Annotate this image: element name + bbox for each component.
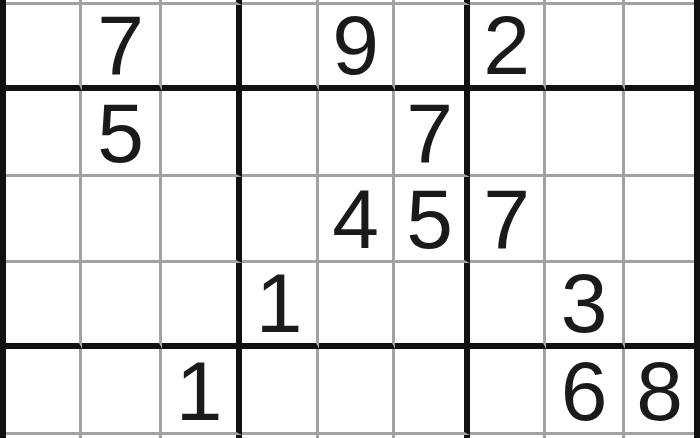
sudoku-board-viewport: 7925745713168 bbox=[0, 0, 700, 438]
cell-r5c8[interactable] bbox=[546, 177, 625, 263]
cell-r6c7[interactable] bbox=[470, 263, 546, 349]
cell-r4c6[interactable]: 7 bbox=[395, 91, 470, 177]
cell-r5c9[interactable] bbox=[625, 177, 694, 263]
cell-r7c9[interactable]: 8 bbox=[625, 349, 694, 435]
cell-r7c4[interactable] bbox=[242, 349, 319, 435]
cell-r6c6[interactable] bbox=[395, 263, 470, 349]
cell-r7c1[interactable] bbox=[6, 349, 82, 435]
cell-r7c8[interactable]: 6 bbox=[546, 349, 625, 435]
cell-r4c7[interactable] bbox=[470, 91, 546, 177]
cell-r6c2[interactable] bbox=[82, 263, 162, 349]
cell-r4c9[interactable] bbox=[625, 91, 694, 177]
cell-r4c3[interactable] bbox=[162, 91, 242, 177]
cell-r3c8[interactable] bbox=[546, 5, 625, 91]
cell-r5c4[interactable] bbox=[242, 177, 319, 263]
cell-r7c2[interactable] bbox=[82, 349, 162, 435]
cell-r5c3[interactable] bbox=[162, 177, 242, 263]
cell-r7c6[interactable] bbox=[395, 349, 470, 435]
cell-r6c3[interactable] bbox=[162, 263, 242, 349]
cell-r3c3[interactable] bbox=[162, 5, 242, 91]
cell-r7c5[interactable] bbox=[319, 349, 395, 435]
cell-r3c6[interactable] bbox=[395, 5, 470, 91]
sudoku-board: 7925745713168 bbox=[0, 0, 700, 438]
cell-r3c1[interactable] bbox=[6, 5, 82, 91]
cell-r3c5[interactable]: 9 bbox=[319, 5, 395, 91]
cell-r5c2[interactable] bbox=[82, 177, 162, 263]
cell-r3c7[interactable]: 2 bbox=[470, 5, 546, 91]
cell-r6c1[interactable] bbox=[6, 263, 82, 349]
cell-r3c2[interactable]: 7 bbox=[82, 5, 162, 91]
cell-r6c4[interactable]: 1 bbox=[242, 263, 319, 349]
cell-r4c2[interactable]: 5 bbox=[82, 91, 162, 177]
cell-r3c9[interactable] bbox=[625, 5, 694, 91]
cell-r5c7[interactable]: 7 bbox=[470, 177, 546, 263]
cell-r4c1[interactable] bbox=[6, 91, 82, 177]
cell-r7c7[interactable] bbox=[470, 349, 546, 435]
cell-r6c8[interactable]: 3 bbox=[546, 263, 625, 349]
cell-r4c8[interactable] bbox=[546, 91, 625, 177]
cell-r5c1[interactable] bbox=[6, 177, 82, 263]
cell-r6c5[interactable] bbox=[319, 263, 395, 349]
cell-r5c5[interactable]: 4 bbox=[319, 177, 395, 263]
cell-r5c6[interactable]: 5 bbox=[395, 177, 470, 263]
cell-r6c9[interactable] bbox=[625, 263, 694, 349]
cell-r4c4[interactable] bbox=[242, 91, 319, 177]
cell-r4c5[interactable] bbox=[319, 91, 395, 177]
cell-r3c4[interactable] bbox=[242, 5, 319, 91]
cell-r7c3[interactable]: 1 bbox=[162, 349, 242, 435]
